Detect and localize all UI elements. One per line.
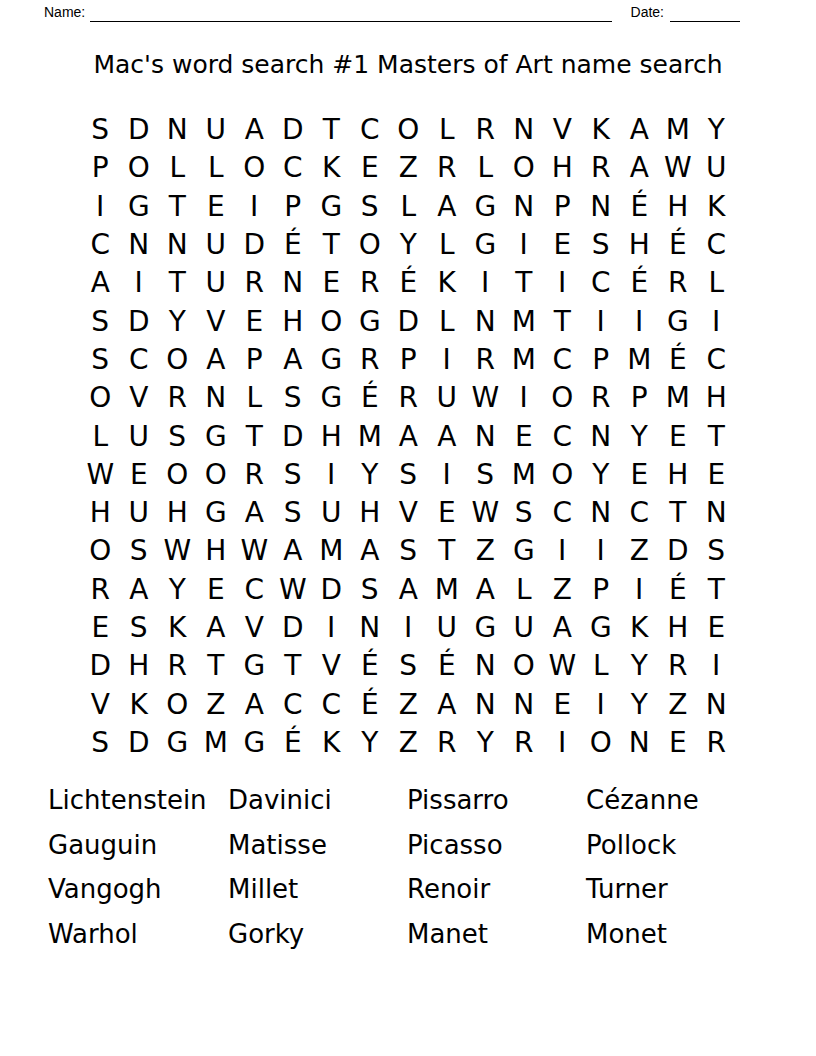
grid-cell-r12c8: A bbox=[351, 532, 390, 570]
grid-cell-r6c14: I bbox=[582, 302, 621, 340]
grid-cell-r14c7: I bbox=[312, 609, 351, 647]
grid-cell-r15c1: D bbox=[81, 647, 120, 685]
grid-cell-r12c9: S bbox=[389, 532, 428, 570]
grid-cell-r1c5: A bbox=[235, 111, 274, 149]
grid-cell-r3c10: A bbox=[428, 188, 467, 226]
word-list-item-vangogh: Vangogh bbox=[48, 874, 228, 904]
grid-cell-r15c6: T bbox=[274, 647, 313, 685]
grid-cell-r7c3: O bbox=[158, 341, 197, 379]
grid-cell-r13c5: C bbox=[235, 571, 274, 609]
grid-cell-r11c6: S bbox=[274, 494, 313, 532]
grid-cell-r10c3: O bbox=[158, 456, 197, 494]
grid-cell-r4c6: É bbox=[274, 226, 313, 264]
grid-cell-r4c1: C bbox=[81, 226, 120, 264]
grid-cell-r16c12: N bbox=[505, 685, 544, 723]
grid-cell-r12c1: O bbox=[81, 532, 120, 570]
grid-cell-r3c5: I bbox=[235, 188, 274, 226]
grid-cell-r16c13: E bbox=[543, 685, 582, 723]
grid-cell-r14c13: A bbox=[543, 609, 582, 647]
word-list-item-cézanne: Cézanne bbox=[586, 785, 699, 815]
grid-cell-r9c15: Y bbox=[620, 417, 659, 455]
grid-cell-r3c14: N bbox=[582, 188, 621, 226]
grid-cell-r15c7: V bbox=[312, 647, 351, 685]
grid-cell-r8c12: I bbox=[505, 379, 544, 417]
grid-cell-r17c10: R bbox=[428, 724, 467, 762]
grid-cell-r11c3: H bbox=[158, 494, 197, 532]
grid-cell-r10c9: S bbox=[389, 456, 428, 494]
grid-cell-r6c5: E bbox=[235, 302, 274, 340]
grid-cell-r15c2: H bbox=[120, 647, 159, 685]
grid-cell-r17c8: Y bbox=[351, 724, 390, 762]
grid-cell-r13c10: M bbox=[428, 571, 467, 609]
grid-cell-r16c16: Z bbox=[659, 685, 698, 723]
grid-cell-r9c5: T bbox=[235, 417, 274, 455]
grid-cell-r3c13: P bbox=[543, 188, 582, 226]
grid-cell-r12c4: H bbox=[197, 532, 236, 570]
grid-cell-r5c10: K bbox=[428, 264, 467, 302]
grid-cell-r3c7: G bbox=[312, 188, 351, 226]
grid-cell-r4c5: D bbox=[235, 226, 274, 264]
grid-cell-r3c6: P bbox=[274, 188, 313, 226]
grid-cell-r14c6: D bbox=[274, 609, 313, 647]
grid-cell-r4c14: S bbox=[582, 226, 621, 264]
grid-cell-r14c4: A bbox=[197, 609, 236, 647]
grid-cell-r14c1: E bbox=[81, 609, 120, 647]
grid-cell-r5c16: R bbox=[659, 264, 698, 302]
grid-cell-r5c12: T bbox=[505, 264, 544, 302]
grid-cell-r4c12: I bbox=[505, 226, 544, 264]
grid-cell-r10c7: I bbox=[312, 456, 351, 494]
grid-cell-r5c14: C bbox=[582, 264, 621, 302]
grid-cell-r17c5: G bbox=[235, 724, 274, 762]
grid-cell-r9c16: E bbox=[659, 417, 698, 455]
grid-cell-r5c6: N bbox=[274, 264, 313, 302]
word-list-item-gauguin: Gauguin bbox=[48, 830, 228, 860]
grid-cell-r12c14: I bbox=[582, 532, 621, 570]
word-list-item-warhol: Warhol bbox=[48, 919, 228, 949]
grid-cell-r11c2: U bbox=[120, 494, 159, 532]
grid-cell-r10c4: O bbox=[197, 456, 236, 494]
grid-cell-r11c1: H bbox=[81, 494, 120, 532]
grid-cell-r10c15: E bbox=[620, 456, 659, 494]
grid-cell-r9c17: T bbox=[697, 417, 736, 455]
grid-cell-r17c15: N bbox=[620, 724, 659, 762]
grid-cell-r2c13: H bbox=[543, 149, 582, 187]
grid-cell-r11c12: S bbox=[505, 494, 544, 532]
grid-cell-r10c8: Y bbox=[351, 456, 390, 494]
grid-cell-r11c16: T bbox=[659, 494, 698, 532]
grid-cell-r2c11: L bbox=[466, 149, 505, 187]
grid-cell-r10c1: W bbox=[81, 456, 120, 494]
grid-cell-r1c8: C bbox=[351, 111, 390, 149]
grid-cell-r13c15: I bbox=[620, 571, 659, 609]
grid-cell-r6c7: O bbox=[312, 302, 351, 340]
grid-cell-r8c14: R bbox=[582, 379, 621, 417]
grid-cell-r11c7: U bbox=[312, 494, 351, 532]
grid-cell-r8c15: P bbox=[620, 379, 659, 417]
grid-cell-r1c7: T bbox=[312, 111, 351, 149]
grid-cell-r2c2: O bbox=[120, 149, 159, 187]
grid-cell-r5c11: I bbox=[466, 264, 505, 302]
grid-cell-r2c15: A bbox=[620, 149, 659, 187]
grid-cell-r13c7: D bbox=[312, 571, 351, 609]
grid-cell-r2c17: U bbox=[697, 149, 736, 187]
grid-cell-r15c8: É bbox=[351, 647, 390, 685]
grid-cell-r16c10: A bbox=[428, 685, 467, 723]
grid-cell-r17c13: I bbox=[543, 724, 582, 762]
grid-cell-r15c17: I bbox=[697, 647, 736, 685]
grid-cell-r6c8: G bbox=[351, 302, 390, 340]
grid-cell-r5c1: A bbox=[81, 264, 120, 302]
grid-cell-r10c12: M bbox=[505, 456, 544, 494]
grid-cell-r7c6: A bbox=[274, 341, 313, 379]
grid-cell-r8c7: G bbox=[312, 379, 351, 417]
grid-cell-r15c12: O bbox=[505, 647, 544, 685]
grid-cell-r4c17: C bbox=[697, 226, 736, 264]
grid-cell-r11c10: E bbox=[428, 494, 467, 532]
grid-cell-r8c8: É bbox=[351, 379, 390, 417]
grid-cell-r11c4: G bbox=[197, 494, 236, 532]
puzzle-title: Mac's word search #1 Masters of Art name… bbox=[0, 50, 816, 79]
grid-cell-r5c2: I bbox=[120, 264, 159, 302]
grid-cell-r14c11: G bbox=[466, 609, 505, 647]
grid-cell-r16c15: Y bbox=[620, 685, 659, 723]
grid-cell-r9c10: A bbox=[428, 417, 467, 455]
grid-cell-r12c6: A bbox=[274, 532, 313, 570]
grid-cell-r6c1: S bbox=[81, 302, 120, 340]
name-label: Name: bbox=[44, 2, 85, 23]
grid-cell-r1c3: N bbox=[158, 111, 197, 149]
grid-cell-r15c10: É bbox=[428, 647, 467, 685]
grid-cell-r15c15: Y bbox=[620, 647, 659, 685]
grid-cell-r9c11: N bbox=[466, 417, 505, 455]
grid-cell-r9c6: D bbox=[274, 417, 313, 455]
grid-cell-r3c15: É bbox=[620, 188, 659, 226]
grid-cell-r8c1: O bbox=[81, 379, 120, 417]
grid-cell-r4c3: N bbox=[158, 226, 197, 264]
grid-cell-r8c17: H bbox=[697, 379, 736, 417]
grid-cell-r17c9: Z bbox=[389, 724, 428, 762]
grid-cell-r6c13: T bbox=[543, 302, 582, 340]
grid-cell-r15c4: T bbox=[197, 647, 236, 685]
grid-cell-r5c4: U bbox=[197, 264, 236, 302]
grid-cell-r1c1: S bbox=[81, 111, 120, 149]
grid-cell-r4c7: T bbox=[312, 226, 351, 264]
grid-cell-r14c14: G bbox=[582, 609, 621, 647]
grid-cell-r7c15: M bbox=[620, 341, 659, 379]
grid-cell-r17c16: E bbox=[659, 724, 698, 762]
grid-cell-r2c12: O bbox=[505, 149, 544, 187]
grid-cell-r5c5: R bbox=[235, 264, 274, 302]
grid-cell-r10c14: Y bbox=[582, 456, 621, 494]
grid-cell-r5c7: E bbox=[312, 264, 351, 302]
grid-cell-r13c8: S bbox=[351, 571, 390, 609]
grid-cell-r16c4: Z bbox=[197, 685, 236, 723]
grid-cell-r16c2: K bbox=[120, 685, 159, 723]
grid-cell-r16c5: A bbox=[235, 685, 274, 723]
grid-cell-r6c2: D bbox=[120, 302, 159, 340]
grid-cell-r14c3: K bbox=[158, 609, 197, 647]
grid-cell-r16c9: Z bbox=[389, 685, 428, 723]
grid-cell-r16c14: I bbox=[582, 685, 621, 723]
grid-cell-r10c2: E bbox=[120, 456, 159, 494]
grid-cell-r4c13: E bbox=[543, 226, 582, 264]
grid-cell-r10c16: H bbox=[659, 456, 698, 494]
grid-cell-r13c6: W bbox=[274, 571, 313, 609]
grid-cell-r14c10: U bbox=[428, 609, 467, 647]
grid-cell-r12c11: Z bbox=[466, 532, 505, 570]
grid-cell-r3c12: N bbox=[505, 188, 544, 226]
grid-cell-r9c8: M bbox=[351, 417, 390, 455]
grid-cell-r13c16: É bbox=[659, 571, 698, 609]
grid-cell-r8c16: M bbox=[659, 379, 698, 417]
grid-cell-r8c2: V bbox=[120, 379, 159, 417]
grid-cell-r12c2: S bbox=[120, 532, 159, 570]
grid-cell-r17c17: R bbox=[697, 724, 736, 762]
grid-cell-r13c14: P bbox=[582, 571, 621, 609]
grid-cell-r1c13: V bbox=[543, 111, 582, 149]
grid-cell-r4c15: H bbox=[620, 226, 659, 264]
grid-cell-r3c4: E bbox=[197, 188, 236, 226]
grid-cell-r1c10: L bbox=[428, 111, 467, 149]
grid-cell-r8c11: W bbox=[466, 379, 505, 417]
word-list-item-monet: Monet bbox=[586, 919, 699, 949]
grid-cell-r14c15: K bbox=[620, 609, 659, 647]
grid-cell-r8c13: O bbox=[543, 379, 582, 417]
grid-cell-r15c13: W bbox=[543, 647, 582, 685]
grid-cell-r5c9: É bbox=[389, 264, 428, 302]
grid-cell-r16c11: N bbox=[466, 685, 505, 723]
grid-cell-r2c9: Z bbox=[389, 149, 428, 187]
word-list-item-pollock: Pollock bbox=[586, 830, 699, 860]
grid-cell-r3c1: I bbox=[81, 188, 120, 226]
grid-cell-r14c8: N bbox=[351, 609, 390, 647]
grid-cell-r3c16: H bbox=[659, 188, 698, 226]
grid-cell-r3c3: T bbox=[158, 188, 197, 226]
grid-cell-r6c10: L bbox=[428, 302, 467, 340]
grid-cell-r2c6: C bbox=[274, 149, 313, 187]
grid-cell-r11c5: A bbox=[235, 494, 274, 532]
grid-cell-r1c6: D bbox=[274, 111, 313, 149]
grid-cell-r14c17: E bbox=[697, 609, 736, 647]
grid-cell-r8c3: R bbox=[158, 379, 197, 417]
grid-cell-r7c12: M bbox=[505, 341, 544, 379]
grid-cell-r2c3: L bbox=[158, 149, 197, 187]
grid-cell-r12c5: W bbox=[235, 532, 274, 570]
word-list-item-gorky: Gorky bbox=[228, 919, 407, 949]
grid-cell-r17c7: K bbox=[312, 724, 351, 762]
grid-cell-r16c6: C bbox=[274, 685, 313, 723]
name-blank-line bbox=[90, 21, 611, 22]
grid-cell-r13c4: E bbox=[197, 571, 236, 609]
grid-cell-r8c4: N bbox=[197, 379, 236, 417]
grid-cell-r13c11: A bbox=[466, 571, 505, 609]
grid-cell-r13c17: T bbox=[697, 571, 736, 609]
grid-cell-r9c3: S bbox=[158, 417, 197, 455]
grid-cell-r16c1: V bbox=[81, 685, 120, 723]
grid-cell-r2c1: P bbox=[81, 149, 120, 187]
grid-cell-r2c4: L bbox=[197, 149, 236, 187]
word-list-item-turner: Turner bbox=[586, 874, 699, 904]
grid-cell-r11c11: W bbox=[466, 494, 505, 532]
grid-cell-r15c3: R bbox=[158, 647, 197, 685]
grid-cell-r4c8: O bbox=[351, 226, 390, 264]
grid-cell-r15c11: N bbox=[466, 647, 505, 685]
grid-cell-r1c15: A bbox=[620, 111, 659, 149]
word-search-grid: SDNUADTCOLRNVKAMYPOLLOCKEZRLOHRAWUIGTEIP… bbox=[81, 111, 736, 762]
word-list-item-picasso: Picasso bbox=[407, 830, 586, 860]
grid-cell-r8c10: U bbox=[428, 379, 467, 417]
grid-cell-r14c2: S bbox=[120, 609, 159, 647]
grid-cell-r7c7: G bbox=[312, 341, 351, 379]
grid-cell-r14c9: I bbox=[389, 609, 428, 647]
grid-cell-r11c15: C bbox=[620, 494, 659, 532]
date-label: Date: bbox=[631, 2, 664, 23]
word-list-item-matisse: Matisse bbox=[228, 830, 407, 860]
grid-cell-r4c2: N bbox=[120, 226, 159, 264]
grid-cell-r7c10: I bbox=[428, 341, 467, 379]
grid-cell-r9c12: E bbox=[505, 417, 544, 455]
grid-cell-r16c17: N bbox=[697, 685, 736, 723]
grid-cell-r11c8: H bbox=[351, 494, 390, 532]
grid-cell-r9c7: H bbox=[312, 417, 351, 455]
grid-cell-r6c17: I bbox=[697, 302, 736, 340]
grid-cell-r14c12: U bbox=[505, 609, 544, 647]
grid-cell-r10c5: R bbox=[235, 456, 274, 494]
word-list: LichtensteinDaviniciPissarroCézanneGaugu… bbox=[48, 778, 699, 956]
grid-cell-r17c12: R bbox=[505, 724, 544, 762]
grid-cell-r2c8: E bbox=[351, 149, 390, 187]
grid-cell-r13c3: Y bbox=[158, 571, 197, 609]
grid-cell-r2c5: O bbox=[235, 149, 274, 187]
grid-cell-r3c8: S bbox=[351, 188, 390, 226]
grid-cell-r6c15: I bbox=[620, 302, 659, 340]
grid-cell-r6c3: Y bbox=[158, 302, 197, 340]
grid-cell-r7c17: C bbox=[697, 341, 736, 379]
grid-cell-r14c16: H bbox=[659, 609, 698, 647]
grid-cell-r17c2: D bbox=[120, 724, 159, 762]
grid-cell-r7c1: S bbox=[81, 341, 120, 379]
grid-cell-r1c12: N bbox=[505, 111, 544, 149]
grid-cell-r17c14: O bbox=[582, 724, 621, 762]
word-list-item-renoir: Renoir bbox=[407, 874, 586, 904]
grid-cell-r10c6: S bbox=[274, 456, 313, 494]
grid-cell-r8c5: L bbox=[235, 379, 274, 417]
grid-cell-r9c2: U bbox=[120, 417, 159, 455]
grid-cell-r16c3: O bbox=[158, 685, 197, 723]
date-blank-line bbox=[670, 21, 740, 22]
grid-cell-r6c16: G bbox=[659, 302, 698, 340]
grid-cell-r11c9: V bbox=[389, 494, 428, 532]
word-list-item-millet: Millet bbox=[228, 874, 407, 904]
grid-cell-r4c16: É bbox=[659, 226, 698, 264]
word-list-item-manet: Manet bbox=[407, 919, 586, 949]
grid-cell-r9c14: N bbox=[582, 417, 621, 455]
grid-cell-r12c17: S bbox=[697, 532, 736, 570]
grid-cell-r7c5: P bbox=[235, 341, 274, 379]
grid-cell-r17c6: É bbox=[274, 724, 313, 762]
grid-cell-r3c17: K bbox=[697, 188, 736, 226]
grid-cell-r10c11: S bbox=[466, 456, 505, 494]
grid-cell-r17c3: G bbox=[158, 724, 197, 762]
grid-cell-r5c8: R bbox=[351, 264, 390, 302]
grid-cell-r1c16: M bbox=[659, 111, 698, 149]
grid-cell-r4c9: Y bbox=[389, 226, 428, 264]
grid-cell-r17c4: M bbox=[197, 724, 236, 762]
grid-cell-r13c2: A bbox=[120, 571, 159, 609]
grid-cell-r13c13: Z bbox=[543, 571, 582, 609]
worksheet-header: Name: Date: bbox=[44, 2, 740, 23]
grid-cell-r9c13: C bbox=[543, 417, 582, 455]
grid-cell-r6c6: H bbox=[274, 302, 313, 340]
grid-cell-r15c16: R bbox=[659, 647, 698, 685]
grid-cell-r1c11: R bbox=[466, 111, 505, 149]
grid-cell-r8c6: S bbox=[274, 379, 313, 417]
grid-cell-r13c1: R bbox=[81, 571, 120, 609]
grid-cell-r1c9: O bbox=[389, 111, 428, 149]
grid-cell-r6c9: D bbox=[389, 302, 428, 340]
grid-cell-r15c5: G bbox=[235, 647, 274, 685]
grid-cell-r9c1: L bbox=[81, 417, 120, 455]
grid-cell-r14c5: V bbox=[235, 609, 274, 647]
grid-cell-r16c8: É bbox=[351, 685, 390, 723]
grid-cell-r2c7: K bbox=[312, 149, 351, 187]
grid-cell-r7c9: P bbox=[389, 341, 428, 379]
word-list-item-lichtenstein: Lichtenstein bbox=[48, 785, 228, 815]
grid-cell-r13c9: A bbox=[389, 571, 428, 609]
grid-cell-r6c4: V bbox=[197, 302, 236, 340]
grid-cell-r5c15: É bbox=[620, 264, 659, 302]
grid-cell-r3c11: G bbox=[466, 188, 505, 226]
grid-cell-r7c4: A bbox=[197, 341, 236, 379]
grid-cell-r2c14: R bbox=[582, 149, 621, 187]
grid-cell-r4c10: L bbox=[428, 226, 467, 264]
grid-cell-r12c10: T bbox=[428, 532, 467, 570]
grid-cell-r7c14: P bbox=[582, 341, 621, 379]
grid-cell-r15c9: S bbox=[389, 647, 428, 685]
grid-cell-r4c11: G bbox=[466, 226, 505, 264]
grid-cell-r7c13: C bbox=[543, 341, 582, 379]
grid-cell-r7c16: É bbox=[659, 341, 698, 379]
grid-cell-r1c14: K bbox=[582, 111, 621, 149]
grid-cell-r7c8: R bbox=[351, 341, 390, 379]
grid-cell-r5c13: I bbox=[543, 264, 582, 302]
grid-cell-r8c9: R bbox=[389, 379, 428, 417]
grid-cell-r4c4: U bbox=[197, 226, 236, 264]
grid-cell-r9c9: A bbox=[389, 417, 428, 455]
grid-cell-r12c13: I bbox=[543, 532, 582, 570]
grid-cell-r11c14: N bbox=[582, 494, 621, 532]
grid-cell-r12c16: D bbox=[659, 532, 698, 570]
grid-cell-r10c10: I bbox=[428, 456, 467, 494]
grid-cell-r2c16: W bbox=[659, 149, 698, 187]
grid-cell-r5c3: T bbox=[158, 264, 197, 302]
grid-cell-r12c3: W bbox=[158, 532, 197, 570]
grid-cell-r15c14: L bbox=[582, 647, 621, 685]
grid-cell-r1c17: Y bbox=[697, 111, 736, 149]
grid-cell-r6c11: N bbox=[466, 302, 505, 340]
grid-cell-r7c11: R bbox=[466, 341, 505, 379]
grid-cell-r10c13: O bbox=[543, 456, 582, 494]
grid-cell-r3c9: L bbox=[389, 188, 428, 226]
word-list-item-pissarro: Pissarro bbox=[407, 785, 586, 815]
grid-cell-r2c10: R bbox=[428, 149, 467, 187]
grid-cell-r12c12: G bbox=[505, 532, 544, 570]
grid-cell-r5c17: L bbox=[697, 264, 736, 302]
grid-cell-r6c12: M bbox=[505, 302, 544, 340]
grid-cell-r12c15: Z bbox=[620, 532, 659, 570]
grid-cell-r3c2: G bbox=[120, 188, 159, 226]
